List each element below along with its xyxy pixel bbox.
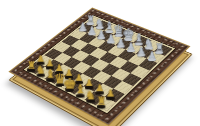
silver-knight-piece: ♞ (95, 17, 104, 27)
gold-pawn-piece: ♟ (96, 83, 105, 93)
board-frame: ♜♞♝♛♚♝♞♜♟♟♟♟♟♟♟♟♟♟♟♟♟♟♟♟♜♞♝♛♚♝♞♜ (8, 8, 190, 126)
silver-pawn-piece: ♟ (107, 33, 115, 42)
silver-pawn-piece: ♟ (148, 51, 156, 60)
gold-pawn-piece: ♟ (85, 78, 94, 88)
silver-pawn-piece: ♟ (79, 22, 87, 30)
silver-pawn-piece: ♟ (127, 42, 135, 51)
silver-rook-piece: ♜ (87, 15, 95, 24)
silver-bishop-piece: ♝ (134, 33, 144, 44)
silver-pawn-piece: ♟ (98, 29, 106, 38)
camera-perspective: ♜♞♝♛♚♝♞♜♟♟♟♟♟♟♟♟♟♟♟♟♟♟♟♟♜♞♝♛♚♝♞♜ (26, 0, 173, 126)
gold-pawn-piece: ♟ (106, 89, 115, 99)
silver-pawn-piece: ♟ (88, 26, 96, 34)
chess-set-photo: ♜♞♝♛♚♝♞♜♟♟♟♟♟♟♟♟♟♟♟♟♟♟♟♟♜♞♝♛♚♝♞♜ (0, 0, 200, 126)
silver-knight-piece: ♞ (144, 37, 154, 48)
gold-rook-piece: ♜ (97, 96, 107, 107)
gold-pawn-piece: ♟ (37, 54, 45, 63)
gold-knight-piece: ♞ (86, 89, 97, 101)
chess-board-3d: ♜♞♝♛♚♝♞♜♟♟♟♟♟♟♟♟♟♟♟♟♟♟♟♟♜♞♝♛♚♝♞♜ (8, 8, 190, 126)
silver-pawn-piece: ♟ (117, 38, 125, 47)
silver-rook-piece: ♜ (155, 43, 164, 53)
silver-pawn-piece: ♟ (138, 46, 146, 55)
